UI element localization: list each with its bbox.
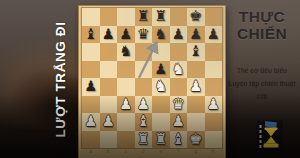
black-pawn-e5: ♟ xyxy=(154,61,167,79)
right-panel: THỰC CHIẾN Thế cờ tiêu biểu Luyện tập ch… xyxy=(224,0,300,158)
square-f7: ♟ xyxy=(170,26,188,44)
square-a7: ♝ xyxy=(82,26,100,44)
board-grid: ♜♜♚♝♟♟♛♞♟♟♟♞♝♟♞♟♞♟♟♟♛♟♟♟♝♟♜♜♝♚ xyxy=(82,8,222,148)
square-g8: ♚ xyxy=(187,8,205,26)
title-line-2: CHIẾN xyxy=(224,25,300,42)
square-h1 xyxy=(205,131,223,149)
chess-board: ♜♜♚♝♟♟♛♞♟♟♟♞♝♟♞♟♞♟♟♟♛♟♟♟♝♟♜♜♝♚ abcdefgh xyxy=(78,5,226,158)
square-e3 xyxy=(152,96,170,114)
square-h5 xyxy=(205,61,223,79)
square-b3 xyxy=(100,96,118,114)
square-a6 xyxy=(82,43,100,61)
black-pawn-c7: ♟ xyxy=(119,26,132,44)
square-a2: ♟ xyxy=(82,113,100,131)
square-b2: ♟ xyxy=(100,113,118,131)
puzzle-number: #20 xyxy=(224,90,300,103)
file-labels: abcdefgh xyxy=(82,148,222,153)
square-g5 xyxy=(187,61,205,79)
subtitle-line-1: Thế cờ tiêu biểu xyxy=(224,64,300,77)
white-bishop-f1: ♝ xyxy=(172,131,185,149)
square-d4 xyxy=(135,78,153,96)
white-pawn-h3: ♟ xyxy=(207,96,220,114)
thumbnail: LƯỢT TRẮNG ĐI ♜♜♚♝♟♟♛♞♟♟♟♞♝♟♞♟♞♟♟♟♛♟♟♟♝♟… xyxy=(0,0,300,158)
square-b8 xyxy=(100,8,118,26)
square-b5 xyxy=(100,61,118,79)
square-a8 xyxy=(82,8,100,26)
square-g6: ♝ xyxy=(187,43,205,61)
square-b1 xyxy=(100,131,118,149)
square-e2 xyxy=(152,113,170,131)
square-f1: ♝ xyxy=(170,131,188,149)
square-d3: ♟ xyxy=(135,96,153,114)
square-f6 xyxy=(170,43,188,61)
square-h2 xyxy=(205,113,223,131)
square-c5 xyxy=(117,61,135,79)
square-a3 xyxy=(82,96,100,114)
square-d2: ♝ xyxy=(135,113,153,131)
square-f5: ♞ xyxy=(170,61,188,79)
black-rook-d8: ♜ xyxy=(137,8,150,26)
white-pawn-g4: ♟ xyxy=(189,78,202,96)
square-c1 xyxy=(117,131,135,149)
white-pawn-a2: ♟ xyxy=(84,113,97,131)
white-pawn-c3: ♟ xyxy=(119,96,132,114)
black-bishop-a7: ♝ xyxy=(84,26,97,44)
square-d5 xyxy=(135,61,153,79)
black-knight-c6: ♞ xyxy=(119,43,132,61)
black-knight-e7: ♞ xyxy=(154,26,167,44)
file-label-b: b xyxy=(100,148,118,153)
square-c2 xyxy=(117,113,135,131)
black-rook-e8: ♜ xyxy=(154,8,167,26)
side-to-move-banner: LƯỢT TRẮNG ĐI xyxy=(53,20,70,140)
square-h7: ♟ xyxy=(205,26,223,44)
black-pawn-a4: ♟ xyxy=(84,78,97,96)
square-d8: ♜ xyxy=(135,8,153,26)
black-bishop-g6: ♝ xyxy=(189,43,202,61)
square-b7: ♟ xyxy=(100,26,118,44)
black-pawn-h7: ♟ xyxy=(207,26,220,44)
hourglass-pawn-logo xyxy=(257,119,283,151)
square-d1: ♜ xyxy=(135,131,153,149)
square-h8 xyxy=(205,8,223,26)
subtitle-line-2: Luyện tập chiến thuật xyxy=(224,77,300,90)
file-label-h: h xyxy=(205,148,223,153)
square-c8 xyxy=(117,8,135,26)
white-bishop-d2: ♝ xyxy=(137,113,150,131)
black-pawn-b7: ♟ xyxy=(102,26,115,44)
file-label-g: g xyxy=(187,148,205,153)
black-queen-d7: ♛ xyxy=(137,26,150,44)
square-g7: ♟ xyxy=(187,26,205,44)
square-e4: ♞ xyxy=(152,78,170,96)
square-a5 xyxy=(82,61,100,79)
square-c4 xyxy=(117,78,135,96)
white-king-g1: ♚ xyxy=(189,131,202,149)
square-b6 xyxy=(100,43,118,61)
white-knight-e4: ♞ xyxy=(154,78,167,96)
title-line-1: THỰC xyxy=(224,8,300,25)
square-d7: ♛ xyxy=(135,26,153,44)
square-g1: ♚ xyxy=(187,131,205,149)
square-h4 xyxy=(205,78,223,96)
square-h3: ♟ xyxy=(205,96,223,114)
file-label-c: c xyxy=(117,148,135,153)
title: THỰC CHIẾN xyxy=(224,8,300,42)
white-pawn-d3: ♟ xyxy=(137,96,150,114)
black-king-g8: ♚ xyxy=(189,8,202,26)
black-pawn-f7: ♟ xyxy=(172,26,185,44)
square-f2: ♟ xyxy=(170,113,188,131)
white-pawn-b2: ♟ xyxy=(102,113,115,131)
square-d6 xyxy=(135,43,153,61)
square-c6: ♞ xyxy=(117,43,135,61)
square-f8 xyxy=(170,8,188,26)
square-c7: ♟ xyxy=(117,26,135,44)
file-label-e: e xyxy=(152,148,170,153)
square-a1 xyxy=(82,131,100,149)
white-rook-e1: ♜ xyxy=(154,131,167,149)
square-e1: ♜ xyxy=(152,131,170,149)
file-label-d: d xyxy=(135,148,153,153)
square-g3 xyxy=(187,96,205,114)
square-a4: ♟ xyxy=(82,78,100,96)
subtitle: Thế cờ tiêu biểu Luyện tập chiến thuật #… xyxy=(224,64,300,103)
square-g4: ♟ xyxy=(187,78,205,96)
square-e6 xyxy=(152,43,170,61)
white-queen-f3: ♛ xyxy=(172,96,185,114)
square-c3: ♟ xyxy=(117,96,135,114)
black-pawn-g7: ♟ xyxy=(189,26,202,44)
square-f3: ♛ xyxy=(170,96,188,114)
square-e7: ♞ xyxy=(152,26,170,44)
white-knight-f5: ♞ xyxy=(172,61,185,79)
file-label-f: f xyxy=(170,148,188,153)
square-f4 xyxy=(170,78,188,96)
square-h6 xyxy=(205,43,223,61)
square-e8: ♜ xyxy=(152,8,170,26)
square-g2 xyxy=(187,113,205,131)
square-b4 xyxy=(100,78,118,96)
white-pawn-f2: ♟ xyxy=(172,113,185,131)
white-rook-d1: ♜ xyxy=(137,131,150,149)
square-e5: ♟ xyxy=(152,61,170,79)
file-label-a: a xyxy=(82,148,100,153)
